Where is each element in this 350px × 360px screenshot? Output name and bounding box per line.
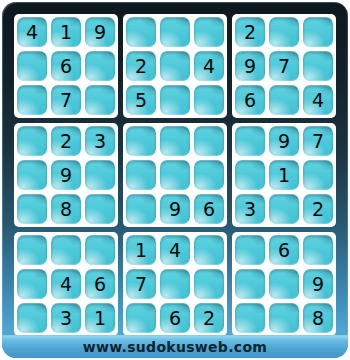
cell-r3c2[interactable]: 7 [51, 85, 81, 115]
box-2: 245 [123, 14, 227, 118]
digit: 6 [94, 274, 106, 294]
digit: 1 [278, 165, 290, 185]
cell-r3c7[interactable]: 6 [235, 85, 265, 115]
cell-r4c8[interactable]: 9 [269, 126, 299, 156]
digit: 6 [244, 90, 256, 110]
box-3: 29764 [232, 14, 336, 118]
box-7: 4631 [14, 232, 118, 336]
digit: 2 [135, 56, 147, 76]
cell-r3c5[interactable] [160, 85, 190, 115]
cell-r7c2[interactable] [51, 235, 81, 265]
cell-r6c7[interactable]: 3 [235, 194, 265, 224]
footer-band: www.sudokusweb.com [2, 335, 348, 358]
cell-r8c4[interactable]: 7 [126, 269, 156, 299]
cell-r4c7[interactable] [235, 126, 265, 156]
cell-r7c1[interactable] [17, 235, 47, 265]
cell-r6c6[interactable]: 6 [194, 194, 224, 224]
cell-r4c9[interactable]: 7 [303, 126, 333, 156]
cell-r2c3[interactable] [85, 51, 115, 81]
cell-r9c8[interactable] [269, 303, 299, 333]
cell-r6c5[interactable]: 9 [160, 194, 190, 224]
digit: 4 [203, 56, 215, 76]
digit: 7 [60, 90, 72, 110]
box-5: 96 [123, 123, 227, 227]
digit: 6 [169, 308, 181, 328]
cell-r6c8[interactable] [269, 194, 299, 224]
cell-r3c8[interactable] [269, 85, 299, 115]
cell-r1c8[interactable] [269, 17, 299, 47]
digit: 2 [60, 131, 72, 151]
cell-r2c7[interactable]: 9 [235, 51, 265, 81]
digit: 2 [244, 22, 256, 42]
cell-r9c9[interactable]: 8 [303, 303, 333, 333]
cell-r4c4[interactable] [126, 126, 156, 156]
digit: 7 [278, 56, 290, 76]
digit: 7 [312, 131, 324, 151]
cell-r7c4[interactable]: 1 [126, 235, 156, 265]
cell-r3c6[interactable] [194, 85, 224, 115]
digit: 3 [244, 199, 256, 219]
cell-r8c7[interactable] [235, 269, 265, 299]
cell-r1c2[interactable]: 1 [51, 17, 81, 47]
cell-r3c1[interactable] [17, 85, 47, 115]
cell-r7c9[interactable] [303, 235, 333, 265]
digit: 9 [94, 22, 106, 42]
cell-r5c3[interactable] [85, 160, 115, 190]
cell-r4c1[interactable] [17, 126, 47, 156]
digit: 4 [60, 274, 72, 294]
cell-r2c9[interactable] [303, 51, 333, 81]
cell-r2c5[interactable] [160, 51, 190, 81]
digit: 9 [60, 165, 72, 185]
digit: 8 [312, 308, 324, 328]
digit: 3 [94, 131, 106, 151]
cell-r7c7[interactable] [235, 235, 265, 265]
cell-r6c4[interactable] [126, 194, 156, 224]
cell-r4c5[interactable] [160, 126, 190, 156]
board-frame: 419672452976423989697132463114762698 www… [2, 2, 348, 358]
cell-r5c2[interactable]: 9 [51, 160, 81, 190]
box-6: 97132 [232, 123, 336, 227]
cell-r2c4[interactable]: 2 [126, 51, 156, 81]
cell-r9c2[interactable]: 3 [51, 303, 81, 333]
cell-r8c5[interactable] [160, 269, 190, 299]
site-link[interactable]: www.sudokusweb.com [83, 339, 267, 355]
cell-r7c5[interactable]: 4 [160, 235, 190, 265]
cell-r1c9[interactable] [303, 17, 333, 47]
cell-r3c3[interactable] [85, 85, 115, 115]
cell-r1c4[interactable] [126, 17, 156, 47]
cell-r9c6[interactable]: 2 [194, 303, 224, 333]
digit: 9 [244, 56, 256, 76]
digit: 2 [203, 308, 215, 328]
box-4: 2398 [14, 123, 118, 227]
box-9: 698 [232, 232, 336, 336]
digit: 6 [60, 56, 72, 76]
cell-r8c1[interactable] [17, 269, 47, 299]
cell-r6c2[interactable]: 8 [51, 194, 81, 224]
cell-r1c1[interactable]: 4 [17, 17, 47, 47]
cell-r1c3[interactable]: 9 [85, 17, 115, 47]
digit: 1 [135, 240, 147, 260]
cell-r6c9[interactable]: 2 [303, 194, 333, 224]
box-8: 14762 [123, 232, 227, 336]
cell-r5c1[interactable] [17, 160, 47, 190]
cell-r2c2[interactable]: 6 [51, 51, 81, 81]
cell-r6c3[interactable] [85, 194, 115, 224]
cell-r2c8[interactable]: 7 [269, 51, 299, 81]
cell-r9c1[interactable] [17, 303, 47, 333]
cell-r7c3[interactable] [85, 235, 115, 265]
cell-r1c7[interactable]: 2 [235, 17, 265, 47]
cell-r1c6[interactable] [194, 17, 224, 47]
cell-r7c6[interactable] [194, 235, 224, 265]
cell-r9c7[interactable] [235, 303, 265, 333]
cell-r8c2[interactable]: 4 [51, 269, 81, 299]
cell-r1c5[interactable] [160, 17, 190, 47]
digit: 9 [278, 131, 290, 151]
digit: 4 [26, 22, 38, 42]
cell-r8c6[interactable] [194, 269, 224, 299]
cell-r7c8[interactable]: 6 [269, 235, 299, 265]
cell-r9c3[interactable]: 1 [85, 303, 115, 333]
digit: 9 [312, 274, 324, 294]
digit: 1 [60, 22, 72, 42]
digit: 1 [94, 308, 106, 328]
digit: 9 [169, 199, 181, 219]
digit: 3 [60, 308, 72, 328]
digit: 7 [135, 274, 147, 294]
cell-r6c1[interactable] [17, 194, 47, 224]
digit: 5 [135, 90, 147, 110]
digit: 4 [169, 240, 181, 260]
cell-r8c8[interactable] [269, 269, 299, 299]
cell-r2c6[interactable]: 4 [194, 51, 224, 81]
cell-r5c7[interactable] [235, 160, 265, 190]
cell-r5c8[interactable]: 1 [269, 160, 299, 190]
cell-r5c6[interactable] [194, 160, 224, 190]
cell-r5c5[interactable] [160, 160, 190, 190]
cell-r3c9[interactable]: 4 [303, 85, 333, 115]
cell-r4c6[interactable] [194, 126, 224, 156]
cell-r5c9[interactable] [303, 160, 333, 190]
digit: 8 [60, 199, 72, 219]
sudoku-widget: 419672452976423989697132463114762698 www… [0, 0, 350, 360]
sudoku-board: 419672452976423989697132463114762698 [14, 14, 336, 336]
cell-r4c2[interactable]: 2 [51, 126, 81, 156]
cell-r3c4[interactable]: 5 [126, 85, 156, 115]
cell-r5c4[interactable] [126, 160, 156, 190]
digit: 4 [312, 90, 324, 110]
cell-r4c3[interactable]: 3 [85, 126, 115, 156]
cell-r8c3[interactable]: 6 [85, 269, 115, 299]
cell-r8c9[interactable]: 9 [303, 269, 333, 299]
cell-r9c5[interactable]: 6 [160, 303, 190, 333]
cell-r2c1[interactable] [17, 51, 47, 81]
digit: 6 [278, 240, 290, 260]
digit: 2 [312, 199, 324, 219]
digit: 6 [203, 199, 215, 219]
box-1: 41967 [14, 14, 118, 118]
cell-r9c4[interactable] [126, 303, 156, 333]
